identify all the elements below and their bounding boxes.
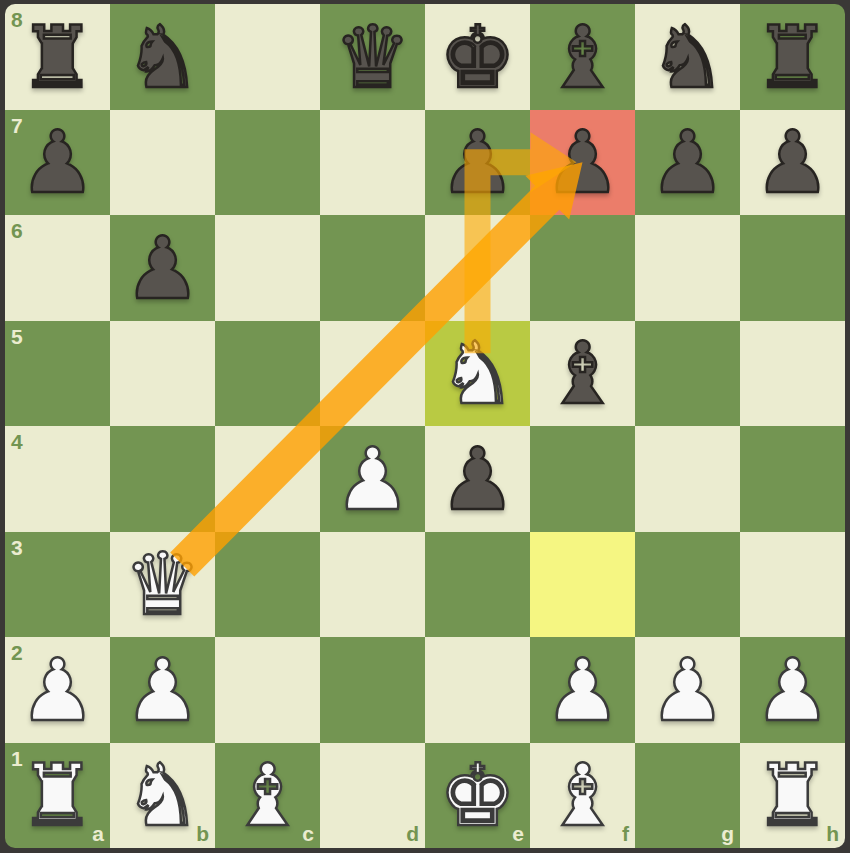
square-b3[interactable]: ♛ [110, 532, 215, 638]
square-a4[interactable]: 4 [5, 426, 110, 532]
square-b6[interactable]: ♟ [110, 215, 215, 321]
white-bishop-f1[interactable]: ♝ [530, 743, 635, 849]
square-a8[interactable]: ♜8 [5, 4, 110, 110]
square-g3[interactable] [635, 532, 740, 638]
square-c2[interactable] [215, 637, 320, 743]
square-b4[interactable] [110, 426, 215, 532]
white-bishop-c1[interactable]: ♝ [215, 743, 320, 849]
rank-label-6: 6 [11, 219, 23, 243]
square-h4[interactable] [740, 426, 845, 532]
square-h5[interactable] [740, 321, 845, 427]
square-d8[interactable]: ♛ [320, 4, 425, 110]
square-b5[interactable] [110, 321, 215, 427]
black-pawn-f7[interactable]: ♟ [530, 110, 635, 216]
black-king-e8[interactable]: ♚ [425, 4, 530, 110]
square-f7[interactable]: ♟ [530, 110, 635, 216]
square-g8[interactable]: ♞ [635, 4, 740, 110]
square-d2[interactable] [320, 637, 425, 743]
black-queen-d8[interactable]: ♛ [320, 4, 425, 110]
square-b1[interactable]: ♞b [110, 743, 215, 849]
square-f5[interactable]: ♝ [530, 321, 635, 427]
square-a6[interactable]: 6 [5, 215, 110, 321]
square-e3[interactable] [425, 532, 530, 638]
square-g6[interactable] [635, 215, 740, 321]
rank-label-5: 5 [11, 325, 23, 349]
square-h3[interactable] [740, 532, 845, 638]
square-c4[interactable] [215, 426, 320, 532]
square-d3[interactable] [320, 532, 425, 638]
white-king-e1[interactable]: ♚ [425, 743, 530, 849]
white-pawn-h2[interactable]: ♟ [740, 637, 845, 743]
square-c1[interactable]: ♝c [215, 743, 320, 849]
highlight-f3 [530, 532, 635, 638]
square-g5[interactable] [635, 321, 740, 427]
square-e2[interactable] [425, 637, 530, 743]
square-a7[interactable]: ♟7 [5, 110, 110, 216]
square-f8[interactable]: ♝ [530, 4, 635, 110]
black-rook-h8[interactable]: ♜ [740, 4, 845, 110]
square-d5[interactable] [320, 321, 425, 427]
black-rook-a8[interactable]: ♜ [5, 4, 110, 110]
square-d1[interactable]: d [320, 743, 425, 849]
square-c6[interactable] [215, 215, 320, 321]
square-e4[interactable]: ♟ [425, 426, 530, 532]
white-knight-e5[interactable]: ♞ [425, 321, 530, 427]
white-queen-b3[interactable]: ♛ [110, 532, 215, 638]
square-h7[interactable]: ♟ [740, 110, 845, 216]
square-g4[interactable] [635, 426, 740, 532]
square-f2[interactable]: ♟ [530, 637, 635, 743]
square-g2[interactable]: ♟ [635, 637, 740, 743]
square-c5[interactable] [215, 321, 320, 427]
file-label-g: g [721, 822, 734, 846]
square-h1[interactable]: ♜h [740, 743, 845, 849]
square-e7[interactable]: ♟ [425, 110, 530, 216]
white-rook-h1[interactable]: ♜ [740, 743, 845, 849]
white-pawn-f2[interactable]: ♟ [530, 637, 635, 743]
square-a5[interactable]: 5 [5, 321, 110, 427]
square-e5[interactable]: ♞ [425, 321, 530, 427]
black-bishop-f5[interactable]: ♝ [530, 321, 635, 427]
white-rook-a1[interactable]: ♜ [5, 743, 110, 849]
chess-board[interactable]: ♜8♞♛♚♝♞♜♟7♟♟♟♟6♟5♞♝4♟♟3♛♟2♟♟♟♟♜1a♞b♝cd♚e… [5, 4, 845, 848]
square-c8[interactable] [215, 4, 320, 110]
white-knight-b1[interactable]: ♞ [110, 743, 215, 849]
square-g1[interactable]: g [635, 743, 740, 849]
black-knight-b8[interactable]: ♞ [110, 4, 215, 110]
square-h2[interactable]: ♟ [740, 637, 845, 743]
square-h8[interactable]: ♜ [740, 4, 845, 110]
black-pawn-h7[interactable]: ♟ [740, 110, 845, 216]
black-pawn-e7[interactable]: ♟ [425, 110, 530, 216]
square-d4[interactable]: ♟ [320, 426, 425, 532]
white-pawn-b2[interactable]: ♟ [110, 637, 215, 743]
black-pawn-b6[interactable]: ♟ [110, 215, 215, 321]
black-pawn-a7[interactable]: ♟ [5, 110, 110, 216]
square-b8[interactable]: ♞ [110, 4, 215, 110]
square-a3[interactable]: 3 [5, 532, 110, 638]
square-g7[interactable]: ♟ [635, 110, 740, 216]
white-pawn-d4[interactable]: ♟ [320, 426, 425, 532]
square-d6[interactable] [320, 215, 425, 321]
square-c3[interactable] [215, 532, 320, 638]
square-e8[interactable]: ♚ [425, 4, 530, 110]
file-label-d: d [406, 822, 419, 846]
rank-label-3: 3 [11, 536, 23, 560]
square-d7[interactable] [320, 110, 425, 216]
square-f1[interactable]: ♝f [530, 743, 635, 849]
square-b7[interactable] [110, 110, 215, 216]
square-e6[interactable] [425, 215, 530, 321]
square-b2[interactable]: ♟ [110, 637, 215, 743]
white-pawn-a2[interactable]: ♟ [5, 637, 110, 743]
white-pawn-g2[interactable]: ♟ [635, 637, 740, 743]
square-e1[interactable]: ♚e [425, 743, 530, 849]
rank-label-4: 4 [11, 430, 23, 454]
square-f4[interactable] [530, 426, 635, 532]
square-c7[interactable] [215, 110, 320, 216]
square-f3[interactable] [530, 532, 635, 638]
square-a1[interactable]: ♜1a [5, 743, 110, 849]
square-f6[interactable] [530, 215, 635, 321]
black-pawn-g7[interactable]: ♟ [635, 110, 740, 216]
board-frame: ♜8♞♛♚♝♞♜♟7♟♟♟♟6♟5♞♝4♟♟3♛♟2♟♟♟♟♜1a♞b♝cd♚e… [5, 4, 845, 848]
square-h6[interactable] [740, 215, 845, 321]
black-pawn-e4[interactable]: ♟ [425, 426, 530, 532]
black-knight-g8[interactable]: ♞ [635, 4, 740, 110]
square-a2[interactable]: ♟2 [5, 637, 110, 743]
black-bishop-f8[interactable]: ♝ [530, 4, 635, 110]
